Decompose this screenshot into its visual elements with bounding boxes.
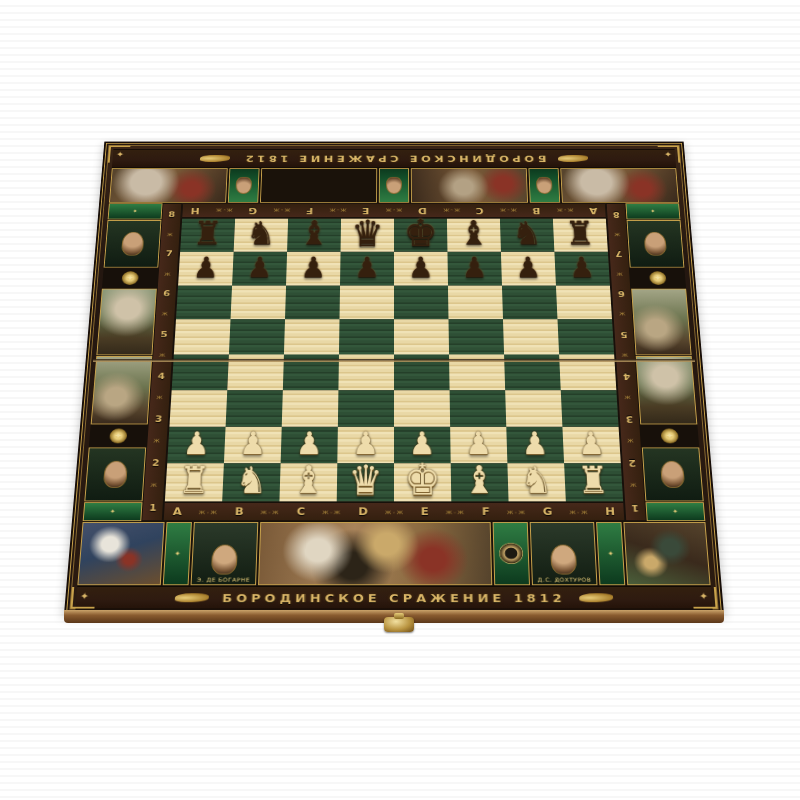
rank-label-4: 4 [623,371,631,381]
file-ornament-icon: Ж◦Ж [569,509,588,515]
battle-painting [411,168,528,202]
landscape-painting [631,289,691,355]
double-eagle-medal-icon [493,522,530,585]
portrait-face-icon [386,177,402,194]
file-label-e: E [421,506,429,518]
rank-ornament-icon: Ж [630,482,638,488]
piece-black-knight[interactable]: ♞ [246,215,277,253]
square-f1[interactable]: ♝ [451,464,509,502]
square-e5[interactable] [394,320,449,355]
piece-black-queen[interactable]: ♛ [351,215,384,253]
square-f7[interactable]: ♟ [447,252,501,286]
square-e1[interactable]: ♚ [394,464,451,502]
piece-black-pawn[interactable]: ♟ [300,247,326,285]
french-soldiers-painting [77,522,164,585]
portrait-label: Э. ДЕ БОГАРНЕ [197,576,250,582]
square-c7[interactable]: ♟ [286,252,340,286]
square-b8[interactable]: ♞ [234,219,288,252]
file-label-a: A [172,506,182,518]
file-labels-top: AЖ◦ЖBЖ◦ЖCЖ◦ЖDЖ◦ЖEЖ◦ЖFЖ◦ЖGЖ◦ЖH [181,203,606,218]
square-g6[interactable] [502,285,558,319]
file-ornament-icon: Ж◦Ж [199,509,218,515]
file-ornament-icon: Ж◦Ж [215,208,233,213]
rank-ornament-icon: Ж [617,271,624,276]
piece-black-pawn[interactable]: ♟ [462,247,488,285]
piece-black-pawn[interactable]: ♟ [568,247,595,285]
file-ornament-icon: Ж◦Ж [443,208,461,213]
file-labels-bottom: AЖ◦ЖBЖ◦ЖCЖ◦ЖDЖ◦ЖEЖ◦ЖFЖ◦ЖGЖ◦ЖH [163,502,626,521]
rank-label-3: 3 [625,414,633,425]
general-mini-portrait [228,168,260,202]
square-b6[interactable] [231,285,287,319]
rank-label-3: 3 [155,414,163,425]
square-h5[interactable] [557,320,614,355]
brass-latch[interactable] [384,617,414,632]
square-d1[interactable]: ♛ [337,464,394,502]
square-a1[interactable]: ♜ [165,464,224,502]
square-a8[interactable]: ♜ [180,219,235,252]
square-h7[interactable]: ♟ [554,252,610,286]
piece-white-king[interactable]: ♚ [404,459,441,502]
general-portrait [84,447,146,501]
rank-ornament-icon: Ж [167,232,174,237]
piece-white-bishop[interactable]: ♝ [463,459,496,502]
chess-board-scene: ✦ ✦ ✦ ✦ БОРОДИНСКОЕ СРАЖЕНИЕ 1812 ✦ ✦ [64,142,724,614]
square-g1[interactable]: ♞ [507,464,565,502]
bottom-banner-title: БОРОДИНСКОЕ СРАЖЕНИЕ 1812 [222,591,566,604]
piece-white-queen[interactable]: ♛ [348,459,383,502]
borodino-battle-painting [258,522,492,585]
battle-painting [260,168,377,202]
green-ornament-plate: ✦ [625,203,680,219]
portrait-face-icon [660,461,685,488]
file-ornament-icon: Ж◦Ж [385,509,404,515]
square-c8[interactable]: ♝ [287,219,341,252]
square-g7[interactable]: ♟ [501,252,556,286]
square-d6[interactable] [340,285,394,319]
top-paintings-row [109,168,679,204]
portrait-beauharnais: Э. ДЕ БОГАРНЕ [191,522,259,585]
green-ornament-strip: ✦ [163,522,192,585]
piece-white-rook[interactable]: ♜ [178,459,211,502]
file-ornament-icon: Ж◦Ж [385,208,402,213]
green-ornament-plate: ✦ [83,502,143,521]
battle-painting [560,168,679,202]
green-ornament-strip: ✦ [596,522,625,585]
bottom-banner: БОРОДИНСКОЕ СРАЖЕНИЕ 1812 [75,586,712,609]
order-star-medal-icon: ✦ [630,268,686,288]
piece-black-king[interactable]: ♚ [404,215,438,253]
square-f5[interactable] [448,320,504,355]
piece-black-pawn[interactable]: ♟ [354,247,380,285]
portrait-label: Д.С. ДОХТУРОВ [537,576,591,582]
rank-label-5: 5 [620,329,628,339]
gold-scroll-icon [558,155,588,162]
piece-black-rook[interactable]: ♜ [565,215,596,253]
landscape-painting [96,289,156,355]
play-area: AЖ◦ЖBЖ◦ЖCЖ◦ЖDЖ◦ЖEЖ◦ЖFЖ◦ЖGЖ◦ЖH ♜♞♝♛♚♝♞♜♟♟… [163,203,626,521]
square-b1[interactable]: ♞ [222,464,280,502]
rank-label-5: 5 [160,329,168,339]
square-a7[interactable]: ♟ [178,252,234,286]
general-mini-portrait [528,168,560,202]
file-ornament-icon: Ж◦Ж [446,509,465,515]
square-g5[interactable] [503,320,559,355]
square-e8[interactable]: ♚ [394,219,447,252]
russian-soldiers-painting [623,522,710,585]
battle-painting [109,168,228,202]
rank-ornament-icon: Ж [614,232,621,237]
general-portrait [104,220,162,267]
file-label-c: C [296,506,305,518]
square-e7[interactable]: ♟ [394,252,448,286]
square-c1[interactable]: ♝ [279,464,337,502]
file-label-g: G [543,506,553,518]
piece-white-knight[interactable]: ♞ [235,459,268,502]
portrait-face-icon [211,545,238,575]
file-ornament-icon: Ж◦Ж [556,208,574,213]
board-fold-seam [93,359,695,361]
square-f8[interactable]: ♝ [447,219,501,252]
rank-label-2: 2 [152,457,160,468]
file-ornament-icon: Ж◦Ж [329,208,347,213]
portrait-face-icon [235,177,252,194]
piece-white-rook[interactable]: ♜ [577,459,610,502]
square-b5[interactable] [229,320,285,355]
rank-label-4: 4 [157,371,165,381]
rank-label-8: 8 [613,210,620,219]
piece-black-rook[interactable]: ♜ [192,215,223,253]
board-outer-frame: ✦ ✦ ✦ ✦ БОРОДИНСКОЕ СРАЖЕНИЕ 1812 ✦ ✦ [64,142,724,614]
file-ornament-icon: Ж◦Ж [499,208,517,213]
square-f6[interactable] [448,285,503,319]
square-a5[interactable] [174,320,231,355]
rank-label-2: 2 [628,457,636,468]
piece-black-knight[interactable]: ♞ [512,215,543,253]
square-h8[interactable]: ♜ [553,219,608,252]
gold-scroll-icon [199,155,229,162]
portrait-dokhturov: Д.С. ДОХТУРОВ [530,522,598,585]
piece-black-pawn[interactable]: ♟ [192,247,219,285]
file-ornament-icon: Ж◦Ж [261,509,280,515]
square-c6[interactable] [285,285,340,319]
portrait-face-icon [644,232,667,256]
piece-black-pawn[interactable]: ♟ [515,247,542,285]
portrait-face-icon [103,461,128,488]
piece-black-bishop[interactable]: ♝ [458,215,489,253]
rank-label-7: 7 [165,249,173,259]
gold-corner-ornament-icon: ✦ [108,146,131,163]
landscape-painting [91,356,153,425]
green-ornament-plate: ✦ [646,502,706,521]
square-h6[interactable] [556,285,612,319]
portrait-face-icon [536,177,553,194]
bottom-paintings-row: ✦ Э. ДЕ БОГАРНЕ Д.С. ДОХТУРОВ ✦ [77,521,710,586]
top-banner-title: БОРОДИНСКОЕ СРАЖЕНИЕ 1812 [242,153,547,164]
gold-scroll-icon [174,593,208,602]
rank-ornament-icon: Ж [162,311,169,316]
piece-black-pawn[interactable]: ♟ [246,247,273,285]
square-a6[interactable] [176,285,232,319]
piece-white-bishop[interactable]: ♝ [292,459,325,502]
file-ornament-icon: Ж◦Ж [322,509,341,515]
file-label-b: B [235,506,244,518]
square-d8[interactable]: ♛ [341,219,394,252]
rank-label-6: 6 [163,289,171,299]
rank-label-1: 1 [631,502,639,513]
order-star-medal-icon: ✦ [102,268,158,288]
square-g8[interactable]: ♞ [500,219,554,252]
gold-corner-ornament-icon: ✦ [70,587,96,609]
rank-label-1: 1 [149,502,157,513]
file-label-h: H [605,506,615,518]
portrait-face-icon [550,545,577,575]
green-ornament-plate: ✦ [108,203,163,219]
rank-ornament-icon: Ж [619,311,626,316]
top-banner: БОРОДИНСКОЕ СРАЖЕНИЕ 1812 [112,149,676,167]
file-label-d: D [358,506,368,518]
gold-corner-ornament-icon: ✦ [692,587,718,609]
rank-ornament-icon: Ж [159,352,166,358]
gold-scroll-icon [579,593,613,602]
gold-corner-ornament-icon: ✦ [658,146,681,163]
rank-ornament-icon: Ж [153,438,161,444]
square-b7[interactable]: ♟ [232,252,287,286]
piece-white-knight[interactable]: ♞ [520,459,553,502]
board-middle-zone: ✦ ✦ ✦ ✦ 8Ж7Ж6Ж5Ж4Ж3Ж2Ж1 AЖ◦ЖBЖ◦ЖCЖ◦ЖDЖ◦Ж… [83,203,706,521]
rank-ornament-icon: Ж [150,482,158,488]
order-star-medal-icon: ✦ [89,425,148,446]
rank-ornament-icon: Ж [156,395,163,401]
file-label-f: F [482,506,490,518]
general-portrait [642,447,704,501]
portrait-face-icon [121,232,144,256]
rank-ornament-icon: Ж [164,271,171,276]
rank-label-8: 8 [168,210,175,219]
general-mini-portrait [379,168,409,202]
piece-black-bishop[interactable]: ♝ [299,215,330,253]
rank-ornament-icon: Ж [622,352,629,358]
square-c5[interactable] [284,320,340,355]
rank-label-6: 6 [618,289,626,299]
square-d7[interactable]: ♟ [340,252,394,286]
file-ornament-icon: Ж◦Ж [273,208,291,213]
landscape-painting [636,356,698,425]
square-e6[interactable] [394,285,448,319]
general-portrait [627,220,685,267]
rank-label-7: 7 [615,249,623,259]
order-star-medal-icon: ✦ [640,425,699,446]
square-d5[interactable] [339,320,394,355]
piece-black-pawn[interactable]: ♟ [408,247,434,285]
rank-ornament-icon: Ж [627,438,635,444]
square-h1[interactable]: ♜ [564,464,623,502]
rank-ornament-icon: Ж [624,395,631,401]
file-ornament-icon: Ж◦Ж [507,509,526,515]
